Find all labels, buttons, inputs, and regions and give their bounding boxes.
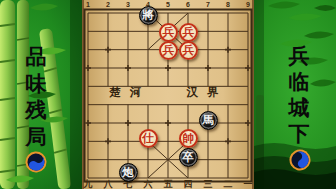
red-soldier-piece[interactable]: 兵 [179, 23, 198, 42]
file-number-top-7: 7 [202, 0, 214, 9]
title-char: 城 [284, 96, 314, 120]
file-number-top-9: 9 [242, 0, 254, 9]
red-soldier-piece[interactable]: 兵 [179, 41, 198, 60]
right-panel: 兵临城下 [254, 0, 336, 189]
black-soldier-piece[interactable]: 卒 [179, 148, 198, 167]
red-general-piece[interactable]: 帥 [179, 129, 198, 148]
file-number-bottom-8: 二 [221, 180, 235, 189]
black-cannon-piece[interactable]: 炮 [119, 163, 138, 182]
file-number-bottom-9: 一 [241, 180, 255, 189]
file-number-top-1: 1 [82, 0, 94, 9]
red-soldier-piece[interactable]: 兵 [159, 23, 178, 42]
video-frame: 品味残局 [0, 0, 336, 189]
title-char: 味 [21, 72, 51, 96]
file-number-bottom-5: 五 [161, 180, 175, 189]
file-number-top-5: 5 [162, 0, 174, 9]
file-number-bottom-4: 六 [141, 180, 155, 189]
title-char: 临 [284, 70, 314, 94]
black-general-piece[interactable]: 將 [139, 6, 158, 25]
black-horse-piece[interactable]: 馬 [199, 111, 218, 130]
file-number-bottom-6: 四 [181, 180, 195, 189]
red-advisor-piece[interactable]: 仕 [139, 129, 158, 148]
file-number-bottom-7: 三 [201, 180, 215, 189]
red-soldier-piece[interactable]: 兵 [159, 41, 178, 60]
title-char: 局 [21, 125, 51, 149]
file-number-top-8: 8 [222, 0, 234, 9]
taiji-icon [289, 149, 311, 171]
file-number-top-6: 6 [182, 0, 194, 9]
file-number-bottom-2: 八 [101, 180, 115, 189]
title-char: 下 [284, 122, 314, 146]
file-number-bottom-1: 九 [81, 180, 95, 189]
left-panel: 品味残局 [0, 0, 82, 189]
title-char: 品 [21, 45, 51, 69]
file-number-top-2: 2 [102, 0, 114, 9]
xiangqi-board: 楚 河 汉 界 123456789 九八七六五四三二一 將兵兵兵兵馬仕帥卒炮 [82, 0, 254, 189]
title-char: 残 [21, 98, 51, 122]
file-number-top-3: 3 [122, 0, 134, 9]
title-char: 兵 [284, 44, 314, 68]
river-label-chu-he: 楚 河 [94, 86, 160, 99]
taiji-icon [25, 151, 47, 173]
river-label-han-jie: 汉 界 [171, 86, 237, 99]
